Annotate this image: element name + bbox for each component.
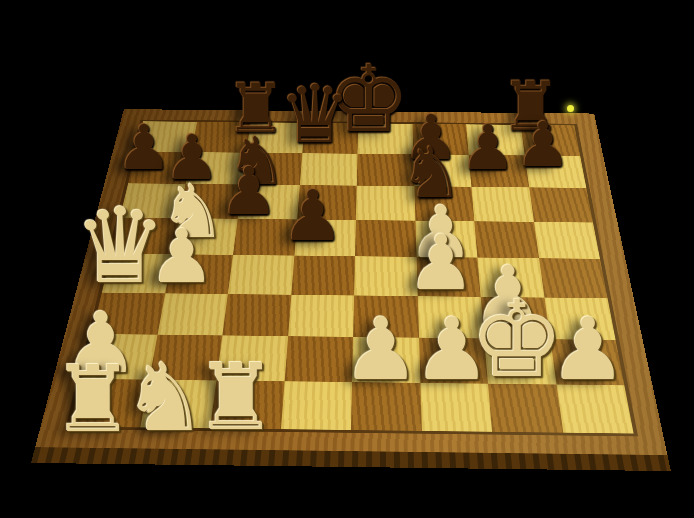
- white-pawn-b4[interactable]: ♟: [149, 219, 215, 293]
- black-pawn-c6[interactable]: ♟: [219, 159, 278, 225]
- white-pawn-f2[interactable]: ♟: [413, 306, 490, 392]
- black-pawn-h7[interactable]: ♟: [515, 114, 571, 176]
- black-pawn-d5[interactable]: ♟: [282, 181, 345, 251]
- white-pawn-f4[interactable]: ♟: [407, 225, 475, 301]
- square-b3[interactable]: [157, 293, 228, 335]
- square-g6[interactable]: [471, 187, 533, 222]
- square-c4[interactable]: [228, 255, 294, 295]
- square-c3[interactable]: [222, 294, 291, 336]
- chess-app-scene: ♜♛♚♜♟♟♞♟♟♟♟♞♟♞♟♛♟♟♟♟♟♟♚♟♜♞♜: [0, 0, 694, 518]
- white-knight-b1[interactable]: ♞: [123, 351, 207, 445]
- white-rook-a1[interactable]: ♜: [52, 354, 134, 446]
- square-d4[interactable]: [291, 256, 355, 296]
- white-pawn-h2[interactable]: ♟: [549, 306, 626, 392]
- white-pawn-e2[interactable]: ♟: [342, 306, 419, 392]
- black-queen-d8[interactable]: ♛: [279, 75, 351, 155]
- square-h6[interactable]: [529, 187, 593, 222]
- square-d1[interactable]: [280, 381, 352, 430]
- black-pawn-g7[interactable]: ♟: [460, 117, 516, 179]
